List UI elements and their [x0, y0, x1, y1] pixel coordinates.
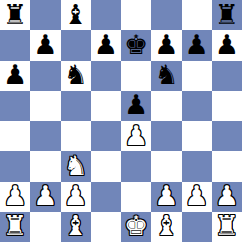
square-e1[interactable]: ♚: [121, 212, 151, 242]
piece-white-king[interactable]: ♚: [124, 212, 148, 239]
chess-board: ♜♝♜♟♟♚♟♟♟♟♞♞♟♟♞♟♟♟♟♟♟♜♝♚♝♜: [0, 0, 242, 242]
square-h5[interactable]: [212, 91, 242, 121]
square-f5[interactable]: [151, 91, 181, 121]
piece-white-bishop[interactable]: ♝: [154, 212, 178, 239]
square-a6[interactable]: ♟: [0, 61, 30, 91]
square-h4[interactable]: [212, 121, 242, 151]
piece-black-pawn[interactable]: ♟: [215, 31, 239, 58]
square-d8[interactable]: [91, 0, 121, 30]
square-a2[interactable]: ♟: [0, 182, 30, 212]
square-h6[interactable]: [212, 61, 242, 91]
piece-black-pawn[interactable]: ♟: [33, 31, 57, 58]
square-b6[interactable]: [30, 61, 60, 91]
square-a4[interactable]: [0, 121, 30, 151]
piece-black-king[interactable]: ♚: [124, 31, 148, 58]
square-e2[interactable]: [121, 182, 151, 212]
square-e8[interactable]: [121, 0, 151, 30]
square-h7[interactable]: ♟: [212, 30, 242, 60]
square-h1[interactable]: ♜: [212, 212, 242, 242]
square-h3[interactable]: [212, 151, 242, 181]
square-g3[interactable]: [182, 151, 212, 181]
square-a5[interactable]: [0, 91, 30, 121]
square-f3[interactable]: [151, 151, 181, 181]
piece-white-pawn[interactable]: ♟: [185, 182, 209, 209]
square-b5[interactable]: [30, 91, 60, 121]
square-g8[interactable]: [182, 0, 212, 30]
square-c2[interactable]: ♟: [61, 182, 91, 212]
square-f8[interactable]: [151, 0, 181, 30]
square-g6[interactable]: [182, 61, 212, 91]
square-f4[interactable]: [151, 121, 181, 151]
piece-black-pawn[interactable]: ♟: [3, 61, 27, 88]
square-c1[interactable]: ♝: [61, 212, 91, 242]
square-c3[interactable]: ♞: [61, 151, 91, 181]
square-h8[interactable]: ♜: [212, 0, 242, 30]
square-d2[interactable]: [91, 182, 121, 212]
piece-black-knight[interactable]: ♞: [64, 61, 88, 88]
square-b3[interactable]: [30, 151, 60, 181]
piece-white-pawn[interactable]: ♟: [33, 182, 57, 209]
piece-white-rook[interactable]: ♜: [215, 212, 239, 239]
square-b4[interactable]: [30, 121, 60, 151]
piece-black-pawn[interactable]: ♟: [94, 31, 118, 58]
square-c4[interactable]: [61, 121, 91, 151]
square-g2[interactable]: ♟: [182, 182, 212, 212]
piece-black-pawn[interactable]: ♟: [124, 91, 148, 118]
square-e5[interactable]: ♟: [121, 91, 151, 121]
square-c6[interactable]: ♞: [61, 61, 91, 91]
square-d5[interactable]: [91, 91, 121, 121]
piece-white-pawn[interactable]: ♟: [64, 182, 88, 209]
square-b8[interactable]: [30, 0, 60, 30]
piece-white-pawn[interactable]: ♟: [3, 182, 27, 209]
piece-black-knight[interactable]: ♞: [154, 61, 178, 88]
piece-black-bishop[interactable]: ♝: [64, 1, 88, 28]
square-a3[interactable]: [0, 151, 30, 181]
square-f2[interactable]: ♟: [151, 182, 181, 212]
square-b7[interactable]: ♟: [30, 30, 60, 60]
piece-white-pawn[interactable]: ♟: [154, 182, 178, 209]
square-e4[interactable]: ♟: [121, 121, 151, 151]
square-f7[interactable]: ♟: [151, 30, 181, 60]
square-c8[interactable]: ♝: [61, 0, 91, 30]
square-d3[interactable]: [91, 151, 121, 181]
square-g5[interactable]: [182, 91, 212, 121]
square-d6[interactable]: [91, 61, 121, 91]
square-g1[interactable]: [182, 212, 212, 242]
piece-white-pawn[interactable]: ♟: [124, 122, 148, 149]
square-d7[interactable]: ♟: [91, 30, 121, 60]
square-a7[interactable]: [0, 30, 30, 60]
square-d4[interactable]: [91, 121, 121, 151]
piece-white-rook[interactable]: ♜: [3, 212, 27, 239]
square-h2[interactable]: ♟: [212, 182, 242, 212]
square-e6[interactable]: [121, 61, 151, 91]
piece-black-pawn[interactable]: ♟: [185, 31, 209, 58]
square-b1[interactable]: [30, 212, 60, 242]
piece-white-knight[interactable]: ♞: [64, 152, 88, 179]
piece-white-pawn[interactable]: ♟: [215, 182, 239, 209]
piece-white-bishop[interactable]: ♝: [64, 212, 88, 239]
square-a1[interactable]: ♜: [0, 212, 30, 242]
piece-black-rook[interactable]: ♜: [3, 1, 27, 28]
square-g7[interactable]: ♟: [182, 30, 212, 60]
square-a8[interactable]: ♜: [0, 0, 30, 30]
square-e7[interactable]: ♚: [121, 30, 151, 60]
square-f6[interactable]: ♞: [151, 61, 181, 91]
piece-black-rook[interactable]: ♜: [215, 1, 239, 28]
square-e3[interactable]: [121, 151, 151, 181]
square-b2[interactable]: ♟: [30, 182, 60, 212]
square-c5[interactable]: [61, 91, 91, 121]
piece-black-pawn[interactable]: ♟: [154, 31, 178, 58]
square-g4[interactable]: [182, 121, 212, 151]
square-c7[interactable]: [61, 30, 91, 60]
square-d1[interactable]: [91, 212, 121, 242]
square-f1[interactable]: ♝: [151, 212, 181, 242]
